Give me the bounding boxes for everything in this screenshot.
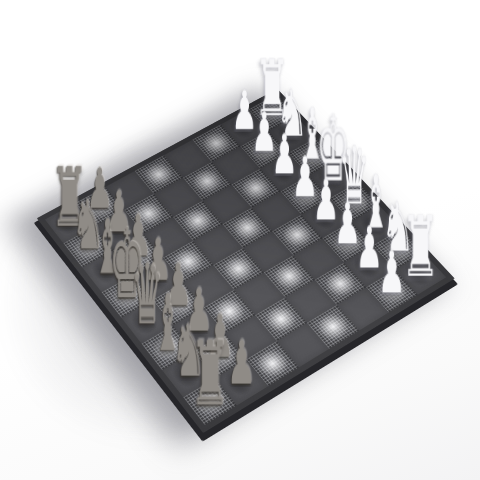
white-pawn-a2: ♟ <box>378 243 406 301</box>
white-rook-a1: ♜ <box>401 205 439 289</box>
black-rook-a8: ♜ <box>190 329 230 417</box>
square-a8: ♜ <box>183 378 236 425</box>
black-pawn-a7: ♟ <box>227 333 256 393</box>
scene: ♜♞♝♚♛♝♞♜♟♟♟♟♟♟♟♟♟♟♟♟♟♟♟♟♜♞♝♚♛♝♞♜ <box>0 0 480 480</box>
